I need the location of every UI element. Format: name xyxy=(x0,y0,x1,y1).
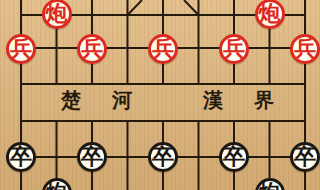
piece-black-pawn[interactable]: 卒 xyxy=(148,142,178,172)
piece-black-cannon[interactable]: 炮 xyxy=(255,178,285,190)
piece-red-pawn[interactable]: 兵 xyxy=(148,34,178,64)
piece-red-pawn[interactable]: 兵 xyxy=(6,34,36,64)
piece-black-pawn[interactable]: 卒 xyxy=(77,142,107,172)
pieces-layer: 炮炮兵兵兵兵兵卒卒卒卒卒炮炮 xyxy=(3,0,320,190)
piece-black-pawn[interactable]: 卒 xyxy=(290,142,320,172)
piece-black-pawn[interactable]: 卒 xyxy=(219,142,249,172)
piece-red-cannon[interactable]: 炮 xyxy=(42,0,72,29)
piece-red-pawn[interactable]: 兵 xyxy=(77,34,107,64)
screenshot: 楚 河 漢 界 炮炮兵兵兵兵兵卒卒卒卒卒炮炮 xyxy=(0,0,320,190)
piece-black-pawn[interactable]: 卒 xyxy=(6,142,36,172)
xiangqi-board: 楚 河 漢 界 炮炮兵兵兵兵兵卒卒卒卒卒炮炮 xyxy=(0,0,320,190)
piece-red-pawn[interactable]: 兵 xyxy=(219,34,249,64)
piece-red-cannon[interactable]: 炮 xyxy=(255,0,285,29)
piece-black-cannon[interactable]: 炮 xyxy=(42,178,72,190)
piece-red-pawn[interactable]: 兵 xyxy=(290,34,320,64)
